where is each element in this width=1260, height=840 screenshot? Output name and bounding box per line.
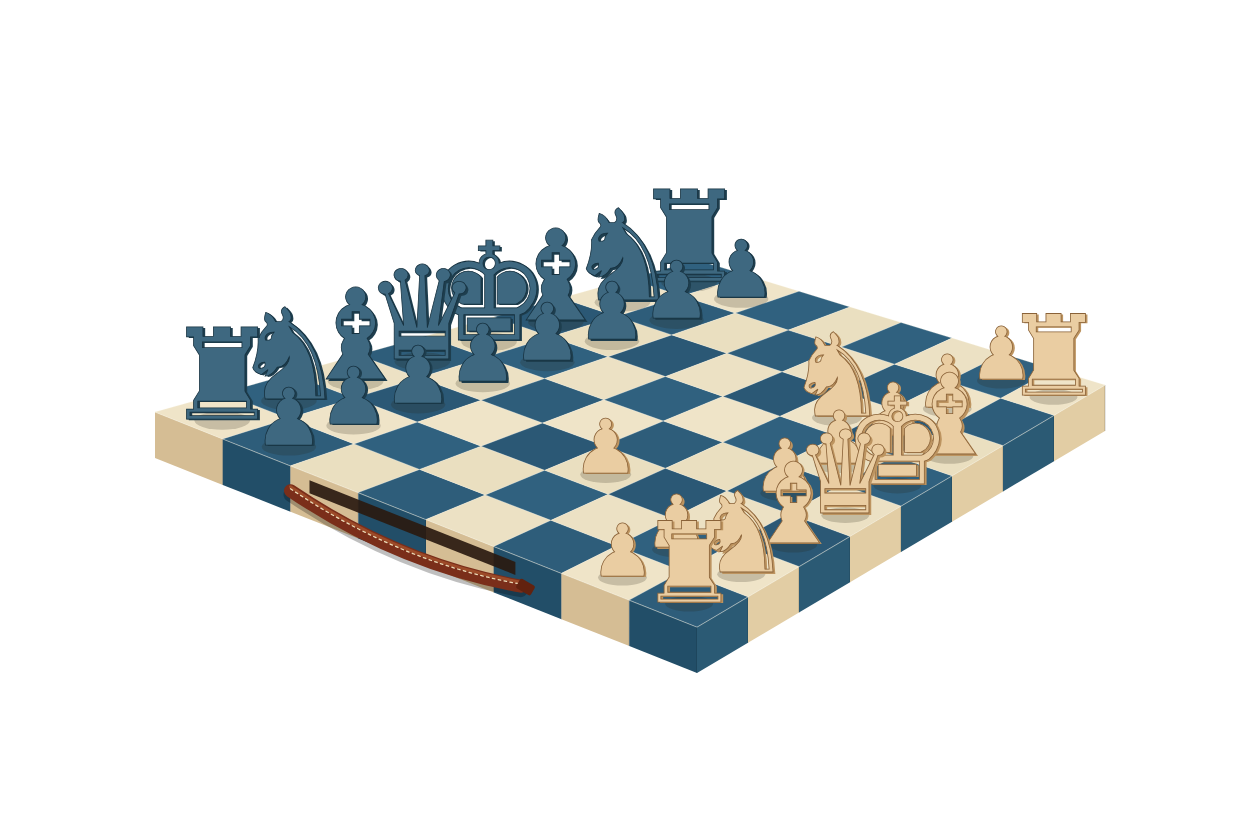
piece-white-pawn-c4[interactable]: ♟♟ bbox=[572, 403, 642, 493]
piece-black-pawn-g7[interactable]: ♟♟ bbox=[641, 244, 714, 339]
piece-glyph: ♜ bbox=[1003, 291, 1103, 421]
piece-white-rook-h1[interactable]: ♜♜ bbox=[1003, 291, 1105, 423]
piece-black-pawn-a7[interactable]: ♟♟ bbox=[253, 371, 326, 466]
piece-glyph: ♜ bbox=[639, 498, 739, 628]
piece-glyph: ♟ bbox=[253, 371, 324, 464]
piece-glyph: ♟ bbox=[572, 403, 639, 491]
piece-white-rook-a1[interactable]: ♜♜ bbox=[639, 498, 741, 630]
piece-black-pawn-b7[interactable]: ♟♟ bbox=[318, 350, 391, 445]
piece-glyph: ♟ bbox=[706, 223, 777, 316]
piece-glyph: ♟ bbox=[512, 286, 583, 379]
chess-set-photo: ♜♜♟♟♞♞♟♟♝♝♟♟♚♚♛♛♟♟♟♟♝♝♟♟♜♜♞♞♟♟♟♟♞♞♜♜♟♟♟♟… bbox=[0, 0, 1260, 840]
piece-black-pawn-h7[interactable]: ♟♟ bbox=[706, 223, 779, 318]
piece-glyph: ♟ bbox=[576, 265, 647, 358]
piece-glyph: ♟ bbox=[641, 244, 712, 337]
piece-black-pawn-c7[interactable]: ♟♟ bbox=[383, 329, 456, 424]
piece-glyph: ♟ bbox=[383, 329, 454, 422]
chessboard-scene: ♜♜♟♟♞♞♟♟♝♝♟♟♚♚♛♛♟♟♟♟♝♝♟♟♜♜♞♞♟♟♟♟♞♞♜♜♟♟♟♟… bbox=[0, 0, 1260, 840]
piece-black-pawn-d7[interactable]: ♟♟ bbox=[447, 307, 520, 402]
piece-glyph: ♟ bbox=[447, 307, 518, 400]
piece-black-pawn-f7[interactable]: ♟♟ bbox=[576, 265, 649, 360]
piece-black-pawn-e7[interactable]: ♟♟ bbox=[512, 286, 585, 381]
piece-glyph: ♟ bbox=[318, 350, 389, 443]
